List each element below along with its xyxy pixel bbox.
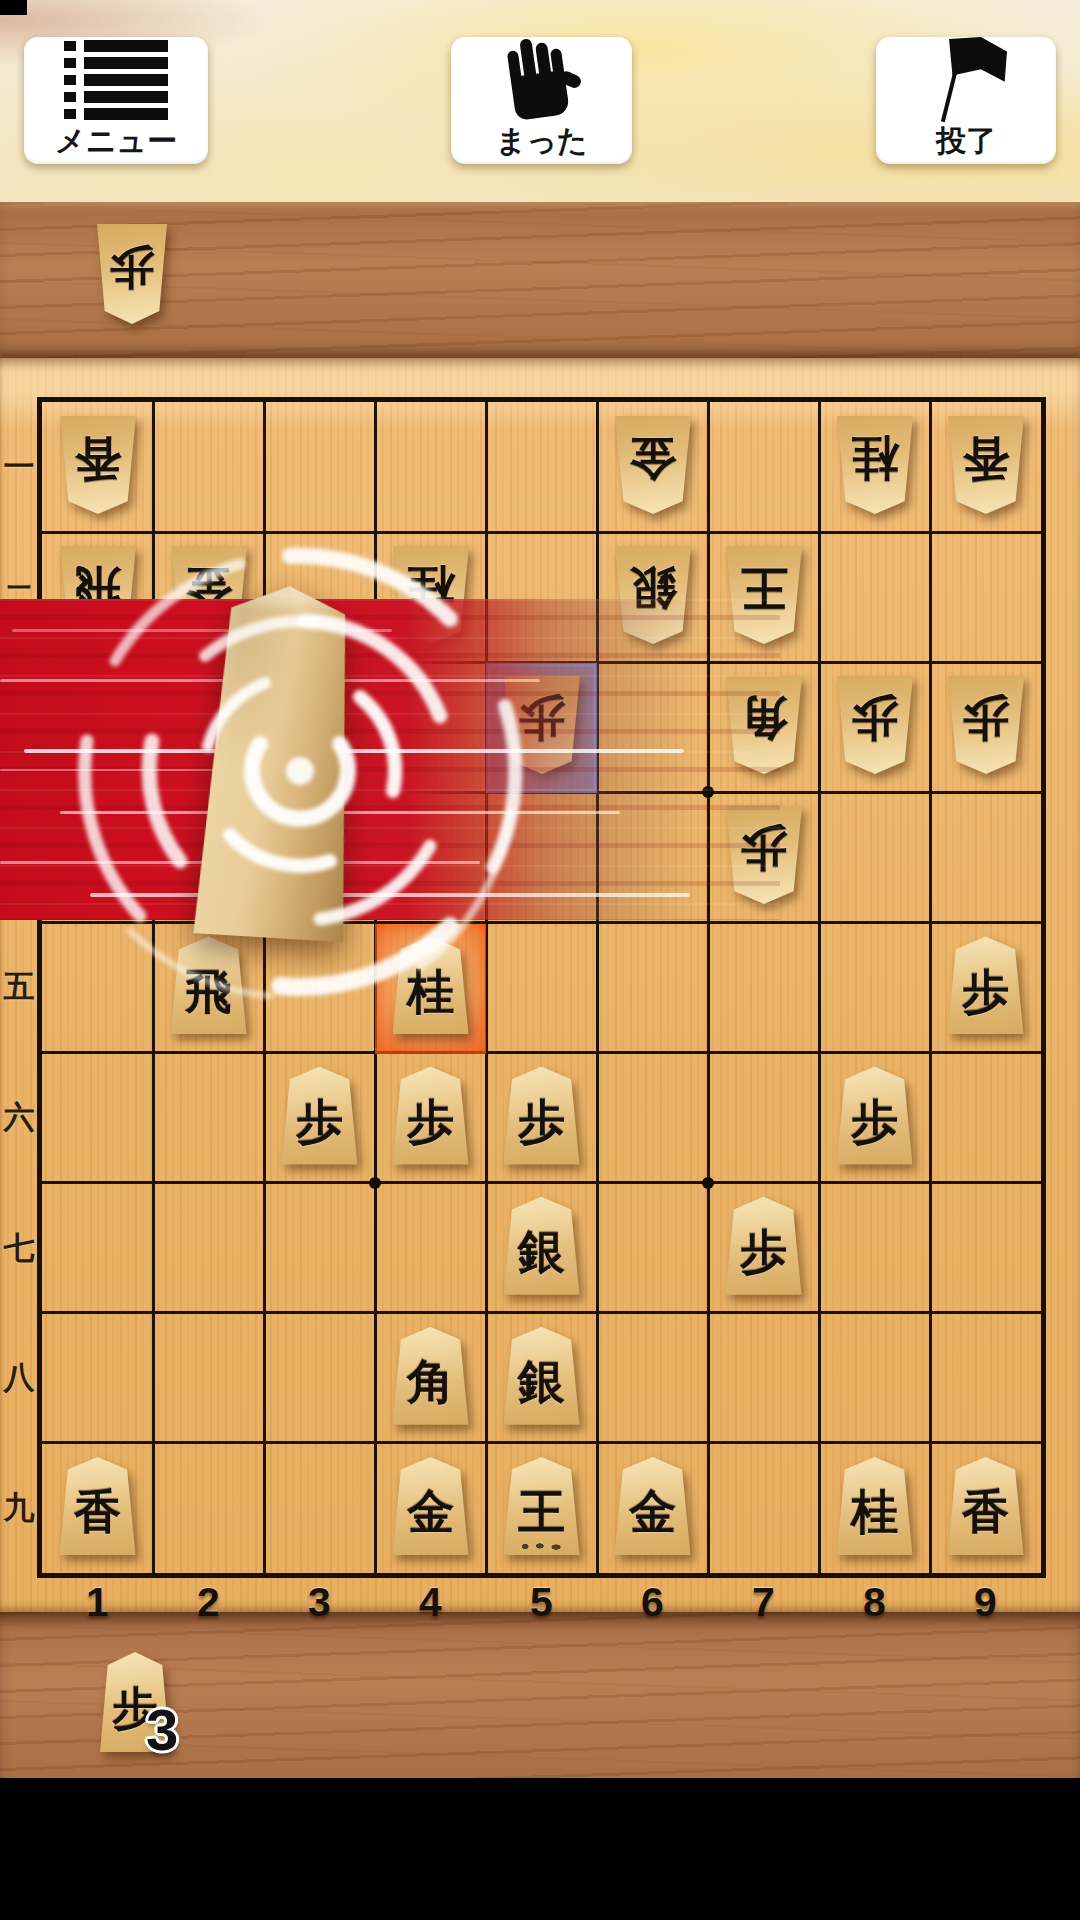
grid-line-horizontal: [42, 1181, 1041, 1184]
grid-line-vertical: [152, 402, 155, 1573]
piece-kanji: 香: [60, 416, 136, 514]
piece-kanji: 歩: [282, 1067, 358, 1165]
header-parchment-background: メニュー まった 投了: [0, 0, 1080, 202]
board-piece[interactable]: 香: [60, 416, 136, 514]
board-piece[interactable]: 歩: [837, 676, 913, 774]
rank-label: 八: [2, 1313, 36, 1443]
resign-button-label: 投了: [936, 124, 996, 158]
board-piece[interactable]: 歩: [948, 676, 1024, 774]
star-point: [369, 1177, 381, 1189]
piece-kanji: 金: [615, 1457, 691, 1555]
board-piece[interactable]: 角: [393, 1327, 469, 1425]
board-piece[interactable]: 銀: [504, 1327, 580, 1425]
file-label: 8: [819, 1581, 930, 1625]
captured-piece-animation: [193, 582, 364, 943]
piece-kanji: 香: [948, 1457, 1024, 1555]
star-point: [702, 1177, 714, 1189]
bottom-black-bar: [0, 1778, 1080, 1920]
file-label: 2: [153, 1581, 264, 1625]
king-signature-mark: [520, 1541, 564, 1552]
grid-line-vertical: [596, 402, 599, 1573]
piece-kanji: 桂: [393, 936, 469, 1034]
piece-kanji: 金: [615, 416, 691, 514]
grid-line-horizontal: [42, 1311, 1041, 1314]
board-piece[interactable]: 王: [504, 1457, 580, 1555]
grid-line-vertical: [818, 402, 821, 1573]
resign-button[interactable]: 投了: [876, 37, 1056, 164]
piece-kanji: 飛: [171, 936, 247, 1034]
rank-label: 一: [2, 402, 36, 532]
piece-kanji: 歩: [837, 1067, 913, 1165]
rank-label: 七: [2, 1183, 36, 1313]
matta-undo-button[interactable]: まった: [451, 37, 632, 164]
piece-kanji: 金: [393, 1457, 469, 1555]
file-label: 1: [42, 1581, 153, 1625]
piece-kanji: 歩: [504, 1067, 580, 1165]
menu-list-icon: [64, 40, 168, 120]
grid-line-vertical: [263, 402, 266, 1573]
board-piece[interactable]: 歩: [948, 936, 1024, 1034]
hand-icon: [497, 32, 586, 127]
sente-pawn-count: 3: [146, 1696, 178, 1763]
board-piece[interactable]: 歩: [504, 1067, 580, 1165]
gote-hand-tray: 歩: [0, 202, 1080, 358]
matta-button-label: まった: [495, 124, 587, 158]
sente-hand-tray: 歩 3: [0, 1612, 1080, 1778]
piece-kanji: 歩: [837, 676, 913, 774]
piece-kanji: 桂: [837, 1457, 913, 1555]
flag-icon: [923, 37, 1009, 124]
piece-kanji: 歩: [726, 1197, 802, 1295]
board-piece[interactable]: 桂: [837, 416, 913, 514]
piece-kanji: 歩: [948, 936, 1024, 1034]
grid-line-horizontal: [42, 921, 1041, 924]
board-piece[interactable]: 歩: [837, 1067, 913, 1165]
piece-kanji: 香: [948, 416, 1024, 514]
gote-hand-pawn[interactable]: 歩: [97, 224, 167, 324]
board-piece[interactable]: 桂: [393, 936, 469, 1034]
file-label: 6: [597, 1581, 708, 1625]
piece-kanji: 歩: [97, 224, 167, 324]
menu-button-label: メニュー: [55, 124, 177, 158]
board-piece[interactable]: 香: [948, 1457, 1024, 1555]
rank-label: 五: [2, 922, 36, 1052]
board-piece[interactable]: 金: [615, 1457, 691, 1555]
piece-kanji: 香: [60, 1457, 136, 1555]
capture-banner: [0, 599, 780, 920]
piece-kanji: 歩: [393, 1067, 469, 1165]
piece-kanji: 歩: [948, 676, 1024, 774]
top-left-notch: [0, 0, 27, 15]
file-label: 3: [264, 1581, 375, 1625]
board-piece[interactable]: 歩: [282, 1067, 358, 1165]
menu-button[interactable]: メニュー: [24, 37, 208, 164]
grid-line-horizontal: [42, 1441, 1041, 1444]
grid-line-horizontal: [42, 531, 1041, 534]
board-piece[interactable]: 香: [948, 416, 1024, 514]
piece-kanji: 銀: [504, 1327, 580, 1425]
rank-label: 九: [2, 1443, 36, 1573]
board-piece[interactable]: 歩: [393, 1067, 469, 1165]
board-piece[interactable]: 金: [615, 416, 691, 514]
file-label: 7: [708, 1581, 819, 1625]
file-label: 4: [375, 1581, 486, 1625]
board-piece[interactable]: 飛: [171, 936, 247, 1034]
file-label: 9: [930, 1581, 1041, 1625]
board-piece[interactable]: 桂: [837, 1457, 913, 1555]
grid-line-vertical: [707, 402, 710, 1573]
board-piece[interactable]: 銀: [504, 1197, 580, 1295]
shogi-app-screen: メニュー まった 投了 歩: [0, 0, 1080, 1920]
grid-line-horizontal: [42, 1051, 1041, 1054]
rank-label: 六: [2, 1053, 36, 1183]
piece-kanji: 角: [393, 1327, 469, 1425]
board-piece[interactable]: 香: [60, 1457, 136, 1555]
board-piece[interactable]: 金: [393, 1457, 469, 1555]
grid-line-vertical: [929, 402, 932, 1573]
piece-kanji: 銀: [504, 1197, 580, 1295]
board-zone[interactable]: 一二三四五六七八九123456789香金桂香飛金桂銀王歩角歩歩歩飛桂歩歩歩歩歩銀…: [0, 358, 1080, 1612]
file-label: 5: [486, 1581, 597, 1625]
piece-kanji: 桂: [837, 416, 913, 514]
board-piece[interactable]: 歩: [726, 1197, 802, 1295]
